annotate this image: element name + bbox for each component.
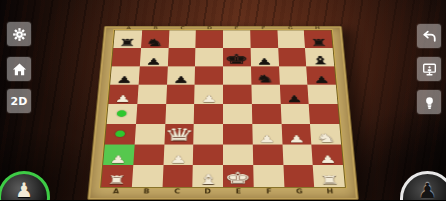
black-knight-b8[interactable]: ♞	[145, 37, 165, 47]
black-rook-a8[interactable]: ♜	[118, 38, 137, 48]
square-e7[interactable]: ♚	[223, 48, 251, 66]
board-grid[interactable]: ♜♞♜♟♚♟♝♟♟♞♟♟♟♟♛♟♟♞♟♟♟♜♝♚♜	[101, 30, 345, 187]
chess-board: ABCDEFGH ♜♞♜♟♚♟♝♟♟♞♟♟♟♟♛♟♟♞♟♟♟♜♝♚♜ ABCDE…	[87, 26, 359, 200]
black-turn-indicator: ♟	[400, 171, 446, 200]
square-h2[interactable]: ♟	[312, 144, 343, 165]
square-d1[interactable]: ♝	[193, 165, 223, 187]
white-pawn-c2[interactable]: ♟	[169, 154, 187, 164]
white-king-e1[interactable]: ♚	[224, 170, 252, 186]
square-c1[interactable]	[162, 165, 193, 187]
settings-button[interactable]	[7, 22, 31, 46]
square-g7[interactable]	[278, 48, 307, 66]
square-g6[interactable]	[279, 66, 308, 85]
monitor-icon	[422, 62, 437, 77]
computer-mode-button[interactable]	[417, 57, 441, 81]
black-pawn-f7[interactable]: ♟	[256, 57, 272, 66]
square-a8[interactable]: ♜	[113, 30, 142, 48]
square-f7[interactable]: ♟	[250, 48, 278, 66]
square-a3[interactable]	[105, 124, 136, 144]
white-pawn-h2[interactable]: ♟	[318, 154, 336, 164]
home-icon	[12, 62, 27, 77]
square-c4[interactable]	[165, 104, 195, 124]
white-queen-c3[interactable]: ♛	[163, 126, 195, 144]
square-g2[interactable]	[282, 144, 313, 165]
square-g8[interactable]	[277, 30, 305, 48]
view-toggle-label: 2D	[11, 95, 28, 108]
square-e8[interactable]	[223, 30, 250, 48]
white-pawn-indicator-icon: ♟	[15, 180, 33, 200]
square-c7[interactable]	[167, 48, 195, 66]
square-d3[interactable]	[193, 124, 223, 144]
square-e1[interactable]: ♚	[223, 165, 253, 187]
square-c3[interactable]: ♛	[164, 124, 194, 144]
black-king-e7[interactable]: ♚	[224, 52, 249, 65]
file-label-a: A	[100, 188, 131, 195]
file-label-h: H	[314, 188, 345, 195]
file-label-g: G	[284, 188, 315, 195]
square-e2[interactable]	[223, 144, 253, 165]
square-h4[interactable]	[309, 104, 339, 124]
square-h8[interactable]: ♜	[304, 30, 333, 48]
square-c2[interactable]: ♟	[163, 144, 193, 165]
white-rook-h1[interactable]: ♜	[319, 174, 340, 186]
file-label-c: C	[162, 188, 193, 195]
white-rook-a1[interactable]: ♜	[106, 174, 127, 186]
square-f6[interactable]: ♞	[251, 66, 280, 85]
file-label-f: F	[253, 188, 284, 195]
square-f8[interactable]	[250, 30, 278, 48]
square-g3[interactable]: ♟	[281, 124, 311, 144]
square-d2[interactable]	[193, 144, 223, 165]
square-b6[interactable]	[138, 66, 167, 85]
square-g1[interactable]	[283, 165, 314, 187]
square-a1[interactable]: ♜	[101, 165, 133, 187]
square-b7[interactable]: ♟	[140, 48, 169, 66]
square-f3[interactable]: ♟	[252, 124, 282, 144]
square-b3[interactable]	[134, 124, 164, 144]
white-turn-indicator: ♟	[0, 171, 50, 200]
legal-move-dot-a3[interactable]	[115, 131, 125, 138]
square-a2[interactable]: ♟	[103, 144, 134, 165]
white-pawn-g3[interactable]: ♟	[288, 134, 306, 144]
square-d4[interactable]	[194, 104, 223, 124]
square-b4[interactable]	[136, 104, 166, 124]
black-bishop-h7[interactable]: ♝	[309, 54, 331, 65]
lightbulb-icon	[422, 95, 437, 110]
square-c6[interactable]: ♟	[167, 66, 196, 85]
chess-app-screen: ABCDEFGH ♜♞♜♟♚♟♝♟♟♞♟♟♟♟♛♟♟♞♟♟♟♜♝♚♜ ABCDE…	[0, 0, 446, 200]
file-label-b: B	[131, 188, 162, 195]
square-h6[interactable]: ♟	[306, 66, 335, 85]
undo-button[interactable]	[417, 24, 441, 48]
file-labels-bottom: ABCDEFGH	[100, 188, 345, 195]
home-button[interactable]	[7, 57, 31, 81]
square-d7[interactable]	[195, 48, 223, 66]
square-h7[interactable]: ♝	[305, 48, 334, 66]
square-f4[interactable]	[252, 104, 282, 124]
black-pawn-indicator-icon: ♟	[418, 181, 437, 201]
black-pawn-h6[interactable]: ♟	[313, 75, 330, 84]
square-a6[interactable]: ♟	[110, 66, 139, 85]
square-d5[interactable]: ♟	[194, 85, 223, 104]
square-f1[interactable]	[253, 165, 284, 187]
square-h3[interactable]: ♞	[310, 124, 341, 144]
gear-icon	[12, 27, 27, 42]
square-e3[interactable]	[223, 124, 253, 144]
white-pawn-a2[interactable]: ♟	[109, 154, 127, 164]
square-g5[interactable]: ♟	[279, 85, 308, 104]
black-pawn-a6[interactable]: ♟	[116, 75, 133, 84]
square-c8[interactable]	[168, 30, 196, 48]
square-h5[interactable]	[308, 85, 338, 104]
undo-arrow-icon	[422, 29, 437, 44]
square-e5[interactable]	[223, 85, 252, 104]
square-d8[interactable]	[196, 30, 223, 48]
white-knight-h3[interactable]: ♞	[315, 132, 336, 144]
square-c5[interactable]	[166, 85, 195, 104]
view-toggle-button[interactable]: 2D	[7, 89, 31, 113]
legal-move-dot-a4[interactable]	[117, 111, 127, 117]
square-f5[interactable]	[251, 85, 280, 104]
file-label-e: E	[223, 188, 254, 195]
black-pawn-g5[interactable]: ♟	[286, 94, 303, 103]
white-bishop-d1[interactable]: ♝	[196, 173, 219, 187]
square-h1[interactable]: ♜	[313, 165, 345, 187]
square-b5[interactable]	[137, 85, 166, 104]
square-e4[interactable]	[223, 104, 252, 124]
white-pawn-d5[interactable]: ♟	[200, 94, 217, 103]
square-a7[interactable]	[112, 48, 141, 66]
square-a5[interactable]: ♟	[108, 85, 138, 104]
square-b1[interactable]	[132, 165, 163, 187]
square-d6[interactable]	[195, 66, 223, 85]
square-e6[interactable]	[223, 66, 251, 85]
file-label-d: D	[192, 188, 223, 195]
square-a4[interactable]	[107, 104, 137, 124]
black-pawn-b7[interactable]: ♟	[145, 57, 162, 66]
black-rook-h8[interactable]: ♜	[309, 38, 328, 48]
black-pawn-c6[interactable]: ♟	[172, 75, 189, 84]
square-b2[interactable]	[133, 144, 164, 165]
square-g4[interactable]	[280, 104, 310, 124]
square-f2[interactable]	[253, 144, 283, 165]
white-pawn-f3[interactable]: ♟	[258, 134, 275, 144]
white-pawn-a5[interactable]: ♟	[114, 94, 131, 103]
black-knight-f6[interactable]: ♞	[255, 73, 275, 84]
hint-button[interactable]	[417, 90, 441, 114]
square-b8[interactable]: ♞	[141, 30, 169, 48]
